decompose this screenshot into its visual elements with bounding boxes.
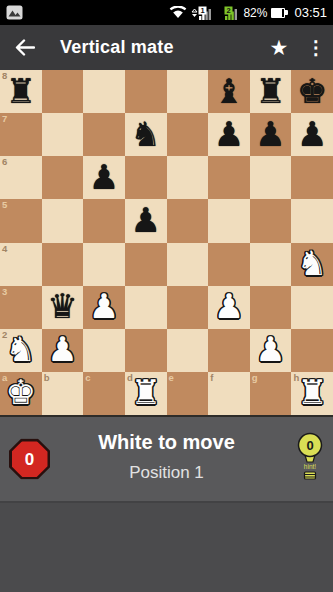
square-g5[interactable] xyxy=(250,199,292,242)
white-pawn[interactable]: ♟ xyxy=(255,332,285,366)
square-g7[interactable]: ♟ xyxy=(250,113,292,156)
black-rook[interactable]: ♜ xyxy=(6,74,36,108)
square-a4[interactable]: 4 xyxy=(0,243,42,286)
status-bar: 1 2 82% 03:51 xyxy=(0,0,333,25)
error-count-value: 0 xyxy=(12,441,48,477)
square-b3[interactable]: ♛ xyxy=(42,286,84,329)
puzzle-status-panel: 0 White to move Position 1 0 hint! xyxy=(0,417,333,503)
black-knight[interactable]: ♞ xyxy=(130,117,160,151)
square-c3[interactable]: ♟ xyxy=(83,286,125,329)
square-d4[interactable] xyxy=(125,243,167,286)
position-number-text: Position 1 xyxy=(129,463,204,483)
square-g8[interactable]: ♜ xyxy=(250,70,292,113)
black-pawn[interactable]: ♟ xyxy=(214,117,244,151)
square-e2[interactable] xyxy=(167,329,209,372)
white-pawn[interactable]: ♟ xyxy=(89,289,119,323)
battery-icon xyxy=(271,8,288,18)
square-d5[interactable]: ♟ xyxy=(125,199,167,242)
square-a1[interactable]: a♚ xyxy=(0,372,42,415)
square-f3[interactable]: ♟ xyxy=(208,286,250,329)
square-c2[interactable] xyxy=(83,329,125,372)
rank-label-7: 7 xyxy=(2,114,7,124)
page-title: Vertical mate xyxy=(60,37,174,58)
square-e6[interactable] xyxy=(167,156,209,199)
square-b2[interactable]: ♟ xyxy=(42,329,84,372)
square-g3[interactable] xyxy=(250,286,292,329)
square-e1[interactable]: e xyxy=(167,372,209,415)
black-pawn[interactable]: ♟ xyxy=(255,117,285,151)
square-a3[interactable]: 3 xyxy=(0,286,42,329)
signal-sim1-icon: 1 xyxy=(191,6,213,20)
arrow-left-icon xyxy=(15,39,35,56)
notification-area xyxy=(6,5,23,20)
square-e5[interactable] xyxy=(167,199,209,242)
square-f5[interactable] xyxy=(208,199,250,242)
white-pawn[interactable]: ♟ xyxy=(214,289,244,323)
square-c6[interactable]: ♟ xyxy=(83,156,125,199)
square-a2[interactable]: 2♞ xyxy=(0,329,42,372)
square-g4[interactable] xyxy=(250,243,292,286)
file-label-b: b xyxy=(44,373,50,383)
square-h1[interactable]: h♜ xyxy=(291,372,333,415)
app-bar: Vertical mate ★ ⋮ xyxy=(0,25,333,70)
square-f6[interactable] xyxy=(208,156,250,199)
overflow-menu-button[interactable]: ⋮ xyxy=(299,36,333,59)
white-king[interactable]: ♚ xyxy=(6,375,36,409)
square-c7[interactable] xyxy=(83,113,125,156)
white-rook[interactable]: ♜ xyxy=(297,375,327,409)
square-d3[interactable] xyxy=(125,286,167,329)
wifi-icon xyxy=(169,6,187,19)
white-knight[interactable]: ♞ xyxy=(6,332,36,366)
svg-text:0: 0 xyxy=(306,438,313,453)
svg-text:1: 1 xyxy=(201,6,205,15)
black-rook[interactable]: ♜ xyxy=(255,74,285,108)
square-g2[interactable]: ♟ xyxy=(250,329,292,372)
svg-text:hint!: hint! xyxy=(304,463,316,470)
square-f4[interactable] xyxy=(208,243,250,286)
back-button[interactable] xyxy=(12,35,38,61)
square-d6[interactable] xyxy=(125,156,167,199)
square-d1[interactable]: d♜ xyxy=(125,372,167,415)
square-h6[interactable] xyxy=(291,156,333,199)
signal-sim2-icon: 2 xyxy=(217,6,239,20)
black-pawn[interactable]: ♟ xyxy=(89,160,119,194)
square-b7[interactable] xyxy=(42,113,84,156)
square-e7[interactable] xyxy=(167,113,209,156)
file-label-c: c xyxy=(85,373,90,383)
black-queen[interactable]: ♛ xyxy=(47,289,77,323)
black-pawn[interactable]: ♟ xyxy=(297,117,327,151)
square-a5[interactable]: 5 xyxy=(0,199,42,242)
rank-label-3: 3 xyxy=(2,287,7,297)
square-f2[interactable] xyxy=(208,329,250,372)
square-e8[interactable] xyxy=(167,70,209,113)
file-label-g: g xyxy=(252,373,258,383)
rank-label-5: 5 xyxy=(2,200,7,210)
rank-label-6: 6 xyxy=(2,157,7,167)
white-rook[interactable]: ♜ xyxy=(130,375,160,409)
square-h5[interactable] xyxy=(291,199,333,242)
square-f1[interactable]: f xyxy=(208,372,250,415)
square-e3[interactable] xyxy=(167,286,209,329)
square-b4[interactable] xyxy=(42,243,84,286)
square-h8[interactable]: ♚ xyxy=(291,70,333,113)
square-f8[interactable]: ♝ xyxy=(208,70,250,113)
battery-percent: 82% xyxy=(243,6,267,20)
clock: 03:51 xyxy=(294,5,327,20)
black-king[interactable]: ♚ xyxy=(297,74,327,108)
square-b6[interactable] xyxy=(42,156,84,199)
white-pawn[interactable]: ♟ xyxy=(47,332,77,366)
square-c4[interactable] xyxy=(83,243,125,286)
square-b1[interactable]: b xyxy=(42,372,84,415)
black-bishop[interactable]: ♝ xyxy=(214,74,244,108)
error-count-octagon: 0 xyxy=(9,439,50,480)
square-h3[interactable] xyxy=(291,286,333,329)
square-c1[interactable]: c xyxy=(83,372,125,415)
white-knight[interactable]: ♞ xyxy=(297,246,327,280)
square-b8[interactable] xyxy=(42,70,84,113)
chess-board[interactable]: 8♜♝♜♚7♞♟♟♟6♟5♟4♞3♛♟♟2♞♟♟a♚bcd♜efgh♜ xyxy=(0,70,333,417)
square-g1[interactable]: g xyxy=(250,372,292,415)
square-h2[interactable] xyxy=(291,329,333,372)
square-c8[interactable] xyxy=(83,70,125,113)
hint-button[interactable]: 0 hint! xyxy=(294,432,326,486)
square-b5[interactable] xyxy=(42,199,84,242)
favorite-star-button[interactable]: ★ xyxy=(259,36,299,60)
square-f7[interactable]: ♟ xyxy=(208,113,250,156)
square-d8[interactable] xyxy=(125,70,167,113)
svg-text:2: 2 xyxy=(227,6,231,15)
square-a8[interactable]: 8♜ xyxy=(0,70,42,113)
side-to-move-text: White to move xyxy=(98,431,235,454)
square-c5[interactable] xyxy=(83,199,125,242)
lightbulb-icon: 0 hint! xyxy=(294,432,326,482)
square-a7[interactable]: 7 xyxy=(0,113,42,156)
file-label-e: e xyxy=(169,373,174,383)
square-d2[interactable] xyxy=(125,329,167,372)
square-h4[interactable]: ♞ xyxy=(291,243,333,286)
square-a6[interactable]: 6 xyxy=(0,156,42,199)
app-screen: 1 2 82% 03:51 Vertical mate xyxy=(0,0,333,592)
file-label-f: f xyxy=(210,373,213,383)
gallery-icon xyxy=(6,5,23,20)
square-g6[interactable] xyxy=(250,156,292,199)
square-d7[interactable]: ♞ xyxy=(125,113,167,156)
rank-label-4: 4 xyxy=(2,244,7,254)
square-h7[interactable]: ♟ xyxy=(291,113,333,156)
square-e4[interactable] xyxy=(167,243,209,286)
black-pawn[interactable]: ♟ xyxy=(130,203,160,237)
